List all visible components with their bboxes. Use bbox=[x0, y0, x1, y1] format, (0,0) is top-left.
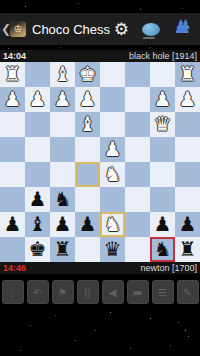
square-f7[interactable]: ♟ bbox=[50, 212, 75, 237]
white-pawn: ♟ bbox=[54, 87, 72, 112]
white-pawn: ♟ bbox=[29, 87, 47, 112]
square-f8[interactable]: ♜ bbox=[50, 237, 75, 262]
square-a2[interactable]: ♟ bbox=[175, 87, 200, 112]
square-b7[interactable]: ♟ bbox=[150, 212, 175, 237]
settings-gear-icon[interactable]: ⚙ bbox=[114, 13, 129, 45]
edit-button[interactable]: ✎ bbox=[177, 280, 199, 304]
pause-button[interactable]: || bbox=[77, 280, 99, 304]
square-h2[interactable]: ♟ bbox=[0, 87, 25, 112]
square-h5[interactable] bbox=[0, 162, 25, 187]
square-h6[interactable] bbox=[0, 187, 25, 212]
white-pawn: ♟ bbox=[154, 87, 172, 112]
square-a1[interactable]: ♜ bbox=[175, 62, 200, 87]
square-c7[interactable] bbox=[125, 212, 150, 237]
square-f2[interactable]: ♟ bbox=[50, 87, 75, 112]
square-c3[interactable] bbox=[125, 112, 150, 137]
black-bishop: ♝ bbox=[29, 212, 47, 237]
action-bar: ❮ ♔ Choco Chess ⚙ ♟♟ bbox=[0, 13, 200, 45]
menu-lines-button[interactable]: ☰ bbox=[152, 280, 174, 304]
square-a7[interactable]: ♟ bbox=[175, 212, 200, 237]
square-e1[interactable]: ♚ bbox=[75, 62, 100, 87]
white-rook: ♜ bbox=[4, 62, 22, 87]
white-pawn: ♟ bbox=[179, 87, 197, 112]
square-a4[interactable] bbox=[175, 137, 200, 162]
square-a6[interactable] bbox=[175, 187, 200, 212]
square-b4[interactable] bbox=[150, 137, 175, 162]
player-name: newton [1700] bbox=[140, 262, 197, 274]
square-b3[interactable]: ♛ bbox=[150, 112, 175, 137]
square-e6[interactable] bbox=[75, 187, 100, 212]
white-rook: ♜ bbox=[179, 62, 197, 87]
chat-bubble-icon[interactable] bbox=[142, 23, 160, 36]
square-c2[interactable] bbox=[125, 87, 150, 112]
white-knight: ♞ bbox=[104, 212, 122, 237]
black-knight: ♞ bbox=[154, 237, 172, 262]
flag-button[interactable]: ⚑ bbox=[52, 280, 74, 304]
square-b1[interactable] bbox=[150, 62, 175, 87]
square-a8[interactable]: ♜ bbox=[175, 237, 200, 262]
undo-button[interactable]: ↶ bbox=[27, 280, 49, 304]
square-h7[interactable]: ♟ bbox=[0, 212, 25, 237]
square-g3[interactable] bbox=[25, 112, 50, 137]
square-d1[interactable] bbox=[100, 62, 125, 87]
square-e4[interactable] bbox=[75, 137, 100, 162]
square-h4[interactable] bbox=[0, 137, 25, 162]
square-a5[interactable] bbox=[175, 162, 200, 187]
square-c4[interactable] bbox=[125, 137, 150, 162]
square-f3[interactable] bbox=[50, 112, 75, 137]
square-g7[interactable]: ♝ bbox=[25, 212, 50, 237]
square-b2[interactable]: ♟ bbox=[150, 87, 175, 112]
opponent-clock: 14:04 bbox=[3, 50, 26, 62]
opponent-info-bar: 14:04 black hole [1914] bbox=[0, 50, 200, 62]
square-d2[interactable] bbox=[100, 87, 125, 112]
square-d8[interactable]: ♛ bbox=[100, 237, 125, 262]
square-g4[interactable] bbox=[25, 137, 50, 162]
square-h8[interactable] bbox=[0, 237, 25, 262]
square-d7[interactable]: ♞ bbox=[100, 212, 125, 237]
square-g5[interactable] bbox=[25, 162, 50, 187]
black-pawn: ♟ bbox=[79, 212, 97, 237]
square-a3[interactable] bbox=[175, 112, 200, 137]
white-knight: ♞ bbox=[104, 162, 122, 187]
player-info-bar: 14:46 newton [1700] bbox=[0, 262, 200, 274]
black-rook: ♜ bbox=[179, 237, 197, 262]
square-f6[interactable]: ♞ bbox=[50, 187, 75, 212]
square-e5[interactable] bbox=[75, 162, 100, 187]
black-queen: ♛ bbox=[104, 237, 122, 262]
app-title: Choco Chess bbox=[32, 22, 110, 37]
black-rook: ♜ bbox=[54, 237, 72, 262]
square-d5[interactable]: ♞ bbox=[100, 162, 125, 187]
square-d4[interactable]: ♟ bbox=[100, 137, 125, 162]
square-c5[interactable] bbox=[125, 162, 150, 187]
game-toolbar: ⋮↶⚑||◀▬☰✎ bbox=[0, 278, 200, 306]
square-g2[interactable]: ♟ bbox=[25, 87, 50, 112]
square-g8[interactable]: ♚ bbox=[25, 237, 50, 262]
square-c6[interactable] bbox=[125, 187, 150, 212]
square-h1[interactable]: ♜ bbox=[0, 62, 25, 87]
moves-list-button[interactable]: ⋮ bbox=[2, 280, 24, 304]
square-c1[interactable] bbox=[125, 62, 150, 87]
player-clock: 14:46 bbox=[3, 262, 26, 274]
draw-button[interactable]: ▬ bbox=[127, 280, 149, 304]
square-e7[interactable]: ♟ bbox=[75, 212, 100, 237]
white-queen: ♛ bbox=[154, 112, 172, 137]
white-bishop: ♝ bbox=[79, 112, 97, 137]
square-h3[interactable] bbox=[0, 112, 25, 137]
chess-board: ♜♝♚♜♟♟♟♟♟♟♝♛♟♞♟♞♟♝♟♟♞♟♟♚♜♛♞♜ bbox=[0, 62, 200, 262]
back-move-button[interactable]: ◀ bbox=[102, 280, 124, 304]
square-c8[interactable] bbox=[125, 237, 150, 262]
black-pawn: ♟ bbox=[154, 212, 172, 237]
players-icon[interactable]: ♟♟ bbox=[174, 13, 192, 45]
white-pawn: ♟ bbox=[104, 137, 122, 162]
square-g6[interactable]: ♟ bbox=[25, 187, 50, 212]
opponent-name: black hole [1914] bbox=[129, 50, 197, 62]
square-b8[interactable]: ♞ bbox=[150, 237, 175, 262]
square-d3[interactable] bbox=[100, 112, 125, 137]
square-f1[interactable]: ♝ bbox=[50, 62, 75, 87]
black-pawn: ♟ bbox=[29, 187, 47, 212]
square-e8[interactable] bbox=[75, 237, 100, 262]
white-pawn: ♟ bbox=[79, 87, 97, 112]
square-f5[interactable] bbox=[50, 162, 75, 187]
back-icon[interactable]: ❮ bbox=[1, 13, 8, 45]
black-pawn: ♟ bbox=[54, 212, 72, 237]
square-b6[interactable] bbox=[150, 187, 175, 212]
black-king: ♚ bbox=[29, 237, 47, 262]
square-e2[interactable]: ♟ bbox=[75, 87, 100, 112]
white-pawn: ♟ bbox=[4, 87, 22, 112]
square-f4[interactable] bbox=[50, 137, 75, 162]
square-b5[interactable] bbox=[150, 162, 175, 187]
status-bar bbox=[0, 0, 200, 13]
black-knight: ♞ bbox=[54, 187, 72, 212]
square-g1[interactable] bbox=[25, 62, 50, 87]
app-logo-icon: ♔ bbox=[10, 21, 26, 37]
black-pawn: ♟ bbox=[179, 212, 197, 237]
white-bishop: ♝ bbox=[54, 62, 72, 87]
white-king: ♚ bbox=[79, 62, 97, 87]
square-d6[interactable] bbox=[100, 187, 125, 212]
black-pawn: ♟ bbox=[4, 212, 22, 237]
square-e3[interactable]: ♝ bbox=[75, 112, 100, 137]
